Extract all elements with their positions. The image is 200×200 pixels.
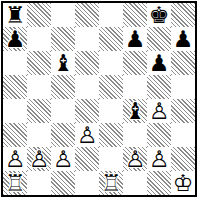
square-h5[interactable] — [171, 75, 195, 99]
square-e6[interactable] — [99, 51, 123, 75]
white-rook-glyph: ♖ — [99, 171, 123, 195]
white-pawn-glyph: ♙ — [123, 147, 147, 171]
white-pawn-fill: ♟ — [147, 99, 171, 123]
square-c2[interactable]: ♟♙ — [51, 147, 75, 171]
square-h1[interactable]: ♚♔ — [171, 171, 195, 195]
white-pawn-glyph: ♙ — [75, 123, 99, 147]
white-pawn: ♟♙ — [3, 147, 27, 171]
square-d6[interactable] — [75, 51, 99, 75]
square-e1[interactable]: ♜♖ — [99, 171, 123, 195]
white-pawn-fill: ♟ — [123, 147, 147, 171]
square-b6[interactable] — [27, 51, 51, 75]
white-pawn-glyph: ♙ — [147, 147, 171, 171]
white-pawn: ♟♙ — [51, 147, 75, 171]
square-c8[interactable] — [51, 3, 75, 27]
square-g7[interactable] — [147, 27, 171, 51]
square-d3[interactable]: ♟♙ — [75, 123, 99, 147]
black-bishop-glyph: ♝ — [123, 99, 147, 123]
square-a4[interactable] — [3, 99, 27, 123]
square-d5[interactable] — [75, 75, 99, 99]
black-bishop: ♝ — [123, 99, 147, 123]
white-pawn-fill: ♟ — [27, 147, 51, 171]
square-a8[interactable]: ♜ — [3, 3, 27, 27]
square-h3[interactable] — [171, 123, 195, 147]
square-c1[interactable] — [51, 171, 75, 195]
square-a1[interactable]: ♜♖ — [3, 171, 27, 195]
black-pawn-glyph: ♟ — [3, 27, 27, 51]
square-c4[interactable] — [51, 99, 75, 123]
black-rook: ♜ — [3, 3, 27, 27]
black-pawn: ♟ — [171, 27, 195, 51]
square-c6[interactable]: ♝ — [51, 51, 75, 75]
white-pawn: ♟♙ — [147, 147, 171, 171]
square-b7[interactable] — [27, 27, 51, 51]
square-b5[interactable] — [27, 75, 51, 99]
square-e5[interactable] — [99, 75, 123, 99]
square-g6[interactable]: ♟ — [147, 51, 171, 75]
white-pawn-fill: ♟ — [51, 147, 75, 171]
black-pawn-glyph: ♟ — [147, 51, 171, 75]
white-king-glyph: ♔ — [171, 171, 195, 195]
black-pawn-glyph: ♟ — [123, 27, 147, 51]
white-rook: ♜♖ — [3, 171, 27, 195]
black-pawn: ♟ — [147, 51, 171, 75]
white-pawn-glyph: ♙ — [3, 147, 27, 171]
white-rook-fill: ♜ — [99, 171, 123, 195]
black-king-glyph: ♚ — [147, 3, 171, 27]
white-pawn: ♟♙ — [147, 99, 171, 123]
square-d4[interactable] — [75, 99, 99, 123]
white-king-fill: ♚ — [171, 171, 195, 195]
square-f8[interactable] — [123, 3, 147, 27]
square-h6[interactable] — [171, 51, 195, 75]
black-pawn: ♟ — [123, 27, 147, 51]
white-pawn: ♟♙ — [75, 123, 99, 147]
square-h8[interactable] — [171, 3, 195, 27]
square-d7[interactable] — [75, 27, 99, 51]
black-pawn-glyph: ♟ — [171, 27, 195, 51]
chess-diagram: ♜♚♟♟♟♝♟♝♟♙♟♙♟♙♟♙♟♙♟♙♟♙♜♖♜♖♚♔ — [0, 0, 200, 200]
white-rook-glyph: ♖ — [3, 171, 27, 195]
white-pawn: ♟♙ — [27, 147, 51, 171]
square-g4[interactable]: ♟♙ — [147, 99, 171, 123]
square-b1[interactable] — [27, 171, 51, 195]
square-a6[interactable] — [3, 51, 27, 75]
square-f3[interactable] — [123, 123, 147, 147]
square-f2[interactable]: ♟♙ — [123, 147, 147, 171]
black-pawn: ♟ — [3, 27, 27, 51]
square-c3[interactable] — [51, 123, 75, 147]
square-f4[interactable]: ♝ — [123, 99, 147, 123]
square-e4[interactable] — [99, 99, 123, 123]
square-g8[interactable]: ♚ — [147, 3, 171, 27]
black-bishop: ♝ — [51, 51, 75, 75]
white-pawn-glyph: ♙ — [27, 147, 51, 171]
square-d1[interactable] — [75, 171, 99, 195]
square-a3[interactable] — [3, 123, 27, 147]
white-king: ♚♔ — [171, 171, 195, 195]
square-g1[interactable] — [147, 171, 171, 195]
square-e2[interactable] — [99, 147, 123, 171]
white-pawn-fill: ♟ — [147, 147, 171, 171]
square-b8[interactable] — [27, 3, 51, 27]
square-d8[interactable] — [75, 3, 99, 27]
square-f5[interactable] — [123, 75, 147, 99]
square-f6[interactable] — [123, 51, 147, 75]
square-c5[interactable] — [51, 75, 75, 99]
white-pawn: ♟♙ — [123, 147, 147, 171]
square-a7[interactable]: ♟ — [3, 27, 27, 51]
square-g5[interactable] — [147, 75, 171, 99]
white-pawn-fill: ♟ — [75, 123, 99, 147]
square-g3[interactable] — [147, 123, 171, 147]
square-e3[interactable] — [99, 123, 123, 147]
black-bishop-glyph: ♝ — [51, 51, 75, 75]
square-c7[interactable] — [51, 27, 75, 51]
white-rook: ♜♖ — [99, 171, 123, 195]
square-f7[interactable]: ♟ — [123, 27, 147, 51]
square-b4[interactable] — [27, 99, 51, 123]
white-pawn-fill: ♟ — [3, 147, 27, 171]
square-f1[interactable] — [123, 171, 147, 195]
chess-board: ♜♚♟♟♟♝♟♝♟♙♟♙♟♙♟♙♟♙♟♙♟♙♜♖♜♖♚♔ — [1, 1, 197, 197]
black-king: ♚ — [147, 3, 171, 27]
square-g2[interactable]: ♟♙ — [147, 147, 171, 171]
square-h4[interactable] — [171, 99, 195, 123]
square-a2[interactable]: ♟♙ — [3, 147, 27, 171]
square-d2[interactable] — [75, 147, 99, 171]
white-rook-fill: ♜ — [3, 171, 27, 195]
white-pawn-glyph: ♙ — [51, 147, 75, 171]
white-pawn-glyph: ♙ — [147, 99, 171, 123]
square-h2[interactable] — [171, 147, 195, 171]
square-a5[interactable] — [3, 75, 27, 99]
square-e8[interactable] — [99, 3, 123, 27]
square-e7[interactable] — [99, 27, 123, 51]
square-h7[interactable]: ♟ — [171, 27, 195, 51]
square-b2[interactable]: ♟♙ — [27, 147, 51, 171]
square-b3[interactable] — [27, 123, 51, 147]
black-rook-glyph: ♜ — [3, 3, 27, 27]
